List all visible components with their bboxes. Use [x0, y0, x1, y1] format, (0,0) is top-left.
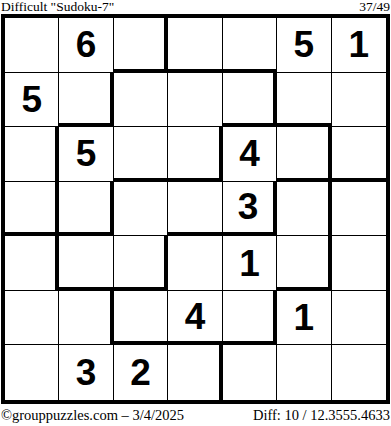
- puzzle-cell-r7c4[interactable]: [168, 345, 222, 400]
- puzzle-cell-r2c5[interactable]: [223, 73, 277, 128]
- puzzle-cell-r7c1[interactable]: [5, 345, 59, 400]
- puzzle-cell-r5c7[interactable]: [332, 236, 386, 291]
- puzzle-cell-r1c3[interactable]: [114, 18, 168, 73]
- puzzle-cell-r2c2[interactable]: [59, 73, 113, 128]
- puzzle-cell-r6c5[interactable]: [223, 291, 277, 346]
- puzzle-cell-r6c2[interactable]: [59, 291, 113, 346]
- puzzle-cell-r6c1[interactable]: [5, 291, 59, 346]
- given-digit: 1: [348, 26, 369, 63]
- puzzle-cell-r2c3[interactable]: [114, 73, 168, 128]
- given-digit: 1: [239, 245, 260, 282]
- puzzle-cell-r5c2[interactable]: [59, 236, 113, 291]
- given-digit: 5: [294, 26, 315, 63]
- difficulty-rating-text: Diff: 10 / 12.3555.4633: [253, 407, 390, 424]
- given-digit: 5: [21, 81, 42, 118]
- puzzle-cell-r3c4[interactable]: [168, 127, 222, 182]
- puzzle-cell-r5c3[interactable]: [114, 236, 168, 291]
- puzzle-page: Difficult "Sudoku-7" 37/49 651554314132 …: [0, 0, 391, 426]
- puzzle-cell-r7c6[interactable]: [277, 345, 331, 400]
- puzzle-cell-r4c7[interactable]: [332, 182, 386, 237]
- puzzle-cell-r6c3[interactable]: [114, 291, 168, 346]
- puzzle-cell-r4c5[interactable]: 3: [223, 182, 277, 237]
- puzzle-cell-r1c1[interactable]: [5, 18, 59, 73]
- puzzle-cell-r1c7[interactable]: 1: [332, 18, 386, 73]
- puzzle-cell-r3c3[interactable]: [114, 127, 168, 182]
- puzzle-cell-r1c4[interactable]: [168, 18, 222, 73]
- given-digit: 3: [238, 188, 259, 225]
- puzzle-cell-r7c5[interactable]: [223, 345, 277, 400]
- puzzle-cell-r2c1[interactable]: 5: [5, 73, 59, 128]
- copyright-date-text: ©grouppuzzles.com – 3/4/2025: [1, 407, 184, 424]
- puzzle-cell-r5c4[interactable]: [168, 236, 222, 291]
- puzzle-cell-r5c1[interactable]: [5, 236, 59, 291]
- puzzle-title: Difficult "Sudoku-7": [1, 0, 114, 13]
- puzzle-cell-r2c6[interactable]: [277, 73, 331, 128]
- given-digit: 4: [185, 298, 206, 335]
- sudoku-grid: 651554314132: [1, 14, 390, 404]
- given-digit: 3: [76, 354, 97, 391]
- puzzle-cell-r3c6[interactable]: [277, 127, 331, 182]
- given-digit: 1: [294, 299, 315, 336]
- puzzle-cell-r3c5[interactable]: 4: [223, 127, 277, 182]
- puzzle-cell-r3c1[interactable]: [5, 127, 59, 182]
- page-footer: ©grouppuzzles.com – 3/4/2025 Diff: 10 / …: [0, 404, 391, 426]
- puzzle-cell-r1c2[interactable]: 6: [59, 18, 113, 73]
- puzzle-cell-r3c2[interactable]: 5: [59, 127, 113, 182]
- puzzle-cell-r4c2[interactable]: [59, 182, 113, 237]
- puzzle-cell-r2c7[interactable]: [332, 73, 386, 128]
- given-digit: 5: [76, 135, 97, 172]
- puzzle-cell-r6c7[interactable]: [332, 291, 386, 346]
- puzzle-cell-r4c4[interactable]: [168, 182, 222, 237]
- puzzle-cell-r2c4[interactable]: [168, 73, 222, 128]
- given-digit: 6: [76, 26, 97, 63]
- puzzle-cell-r5c6[interactable]: [277, 236, 331, 291]
- puzzle-cell-r4c6[interactable]: [277, 182, 331, 237]
- puzzle-cell-r4c3[interactable]: [114, 182, 168, 237]
- page-header: Difficult "Sudoku-7" 37/49: [0, 0, 391, 14]
- puzzle-cell-r6c6[interactable]: 1: [277, 291, 331, 346]
- puzzle-cell-r1c6[interactable]: 5: [277, 18, 331, 73]
- puzzle-cell-r6c4[interactable]: 4: [168, 291, 222, 346]
- given-digit: 2: [130, 354, 151, 391]
- puzzle-cell-r7c2[interactable]: 3: [59, 345, 113, 400]
- puzzle-cell-r3c7[interactable]: [332, 127, 386, 182]
- puzzle-cell-r1c5[interactable]: [223, 18, 277, 73]
- puzzle-cell-r4c1[interactable]: [5, 182, 59, 237]
- puzzle-cell-r7c7[interactable]: [332, 345, 386, 400]
- given-digit: 4: [239, 135, 260, 172]
- puzzle-cell-r7c3[interactable]: 2: [114, 345, 168, 400]
- puzzle-cell-r5c5[interactable]: 1: [223, 236, 277, 291]
- empty-cells-counter: 37/49: [359, 0, 390, 13]
